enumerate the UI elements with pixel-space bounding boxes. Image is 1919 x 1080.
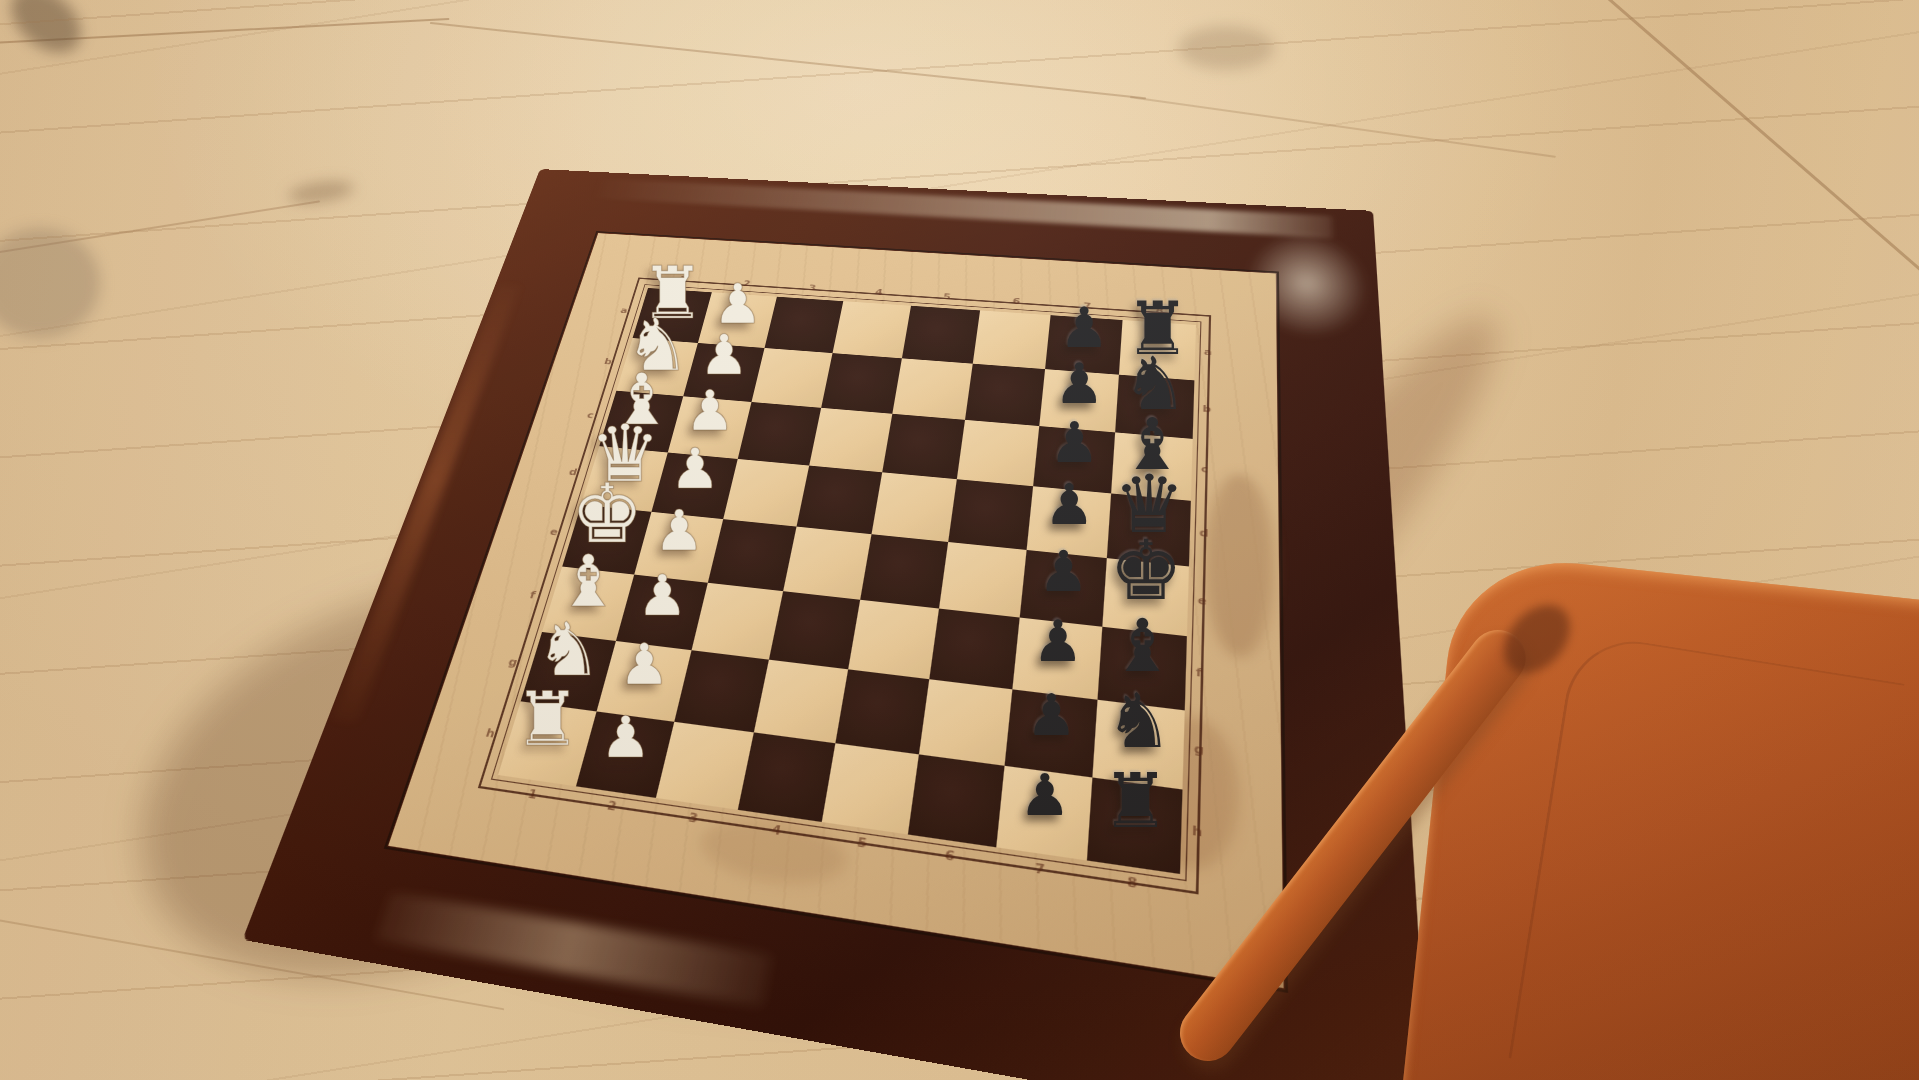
floor-plank-seam [1130, 96, 1556, 158]
square-b3[interactable] [751, 348, 832, 408]
square-g4[interactable] [754, 660, 848, 744]
square-c4[interactable] [809, 408, 892, 472]
margin-stain [1203, 471, 1275, 662]
piece-black-king-e8[interactable]: ♚ [1109, 530, 1183, 613]
square-f4[interactable] [769, 591, 860, 669]
floor-smudge [0, 0, 93, 66]
piece-black-rook-h8[interactable]: ♜ [1101, 764, 1169, 840]
square-g5[interactable] [835, 669, 929, 754]
coordinate-label: b [1202, 403, 1211, 415]
square-a6[interactable] [973, 310, 1051, 369]
piece-black-pawn-f7[interactable]: ♟ [1032, 613, 1083, 670]
piece-black-bishop-f8[interactable]: ♝ [1110, 610, 1175, 683]
square-h4[interactable] [738, 732, 836, 822]
piece-white-knight-g1[interactable]: ♞ [535, 612, 601, 686]
square-d3[interactable] [723, 459, 809, 527]
scene-floor: 11aa22bb33cc44dd55ee66ff77gg88hh ♜♞♝♛♚♝♞… [0, 0, 1919, 1080]
square-b6[interactable] [965, 364, 1045, 426]
square-c5[interactable] [882, 414, 965, 479]
square-c6[interactable] [957, 420, 1039, 486]
square-h3[interactable] [656, 722, 754, 810]
piece-black-pawn-g7[interactable]: ♟ [1026, 687, 1077, 744]
square-e3[interactable] [708, 519, 797, 591]
coordinate-label: f [1196, 665, 1202, 679]
coordinate-label: g [1194, 742, 1204, 758]
square-a4[interactable] [833, 301, 911, 358]
floor-smudge [0, 228, 100, 338]
square-d5[interactable] [872, 472, 957, 542]
chair-seat-ridge [1508, 632, 1904, 1080]
square-g6[interactable] [919, 679, 1012, 766]
piece-black-pawn-c7[interactable]: ♟ [1049, 415, 1099, 471]
piece-white-pawn-c2[interactable]: ♟ [685, 383, 735, 439]
piece-black-pawn-b7[interactable]: ♟ [1054, 356, 1104, 412]
coordinate-label: c [1201, 463, 1209, 475]
coordinate-label: 4 [874, 287, 883, 297]
square-h6[interactable] [908, 754, 1005, 847]
piece-white-pawn-g2[interactable]: ♟ [619, 636, 670, 693]
coordinate-label: 8 [1127, 874, 1138, 892]
coordinate-label: a [1204, 347, 1212, 358]
floor-smudge [287, 178, 355, 207]
frame-gloss-highlight [374, 891, 772, 1007]
coordinate-label: h [1192, 823, 1203, 840]
coordinate-label: 6 [1012, 296, 1021, 306]
piece-black-pawn-e7[interactable]: ♟ [1038, 543, 1089, 600]
coordinate-label: e [1197, 594, 1206, 608]
piece-white-pawn-e2[interactable]: ♟ [654, 502, 704, 558]
square-e4[interactable] [783, 527, 871, 600]
floor-plank-seam [1597, 0, 1919, 286]
square-a5[interactable] [902, 306, 980, 364]
piece-white-rook-h1[interactable]: ♜ [514, 683, 581, 758]
coordinate-label: 5 [942, 292, 951, 302]
piece-white-pawn-b2[interactable]: ♟ [699, 328, 749, 383]
square-f6[interactable] [929, 609, 1019, 690]
square-b5[interactable] [892, 358, 972, 420]
square-c3[interactable] [738, 402, 821, 466]
square-g3[interactable] [674, 650, 769, 732]
piece-black-pawn-a7[interactable]: ♟ [1059, 301, 1109, 357]
frame-gloss-highlight [589, 178, 1333, 238]
square-d4[interactable] [797, 466, 883, 535]
coordinate-label: 7 [1034, 860, 1045, 877]
floor-smudge [1178, 26, 1274, 70]
floor-plank-seam [430, 22, 1146, 99]
piece-black-pawn-d7[interactable]: ♟ [1044, 477, 1095, 533]
piece-black-pawn-h7[interactable]: ♟ [1019, 767, 1071, 825]
piece-white-pawn-h2[interactable]: ♟ [600, 709, 651, 766]
coordinate-label: 6 [944, 847, 956, 864]
coordinate-label: d [1199, 527, 1209, 540]
square-d6[interactable] [948, 479, 1033, 550]
square-f3[interactable] [692, 583, 784, 660]
piece-white-pawn-f2[interactable]: ♟ [637, 567, 688, 624]
square-b4[interactable] [821, 353, 902, 414]
square-e5[interactable] [860, 534, 948, 608]
piece-white-pawn-d2[interactable]: ♟ [670, 441, 720, 497]
square-f5[interactable] [848, 600, 939, 679]
square-h5[interactable] [822, 743, 919, 834]
piece-black-knight-g8[interactable]: ♞ [1105, 683, 1173, 758]
square-a3[interactable] [765, 297, 844, 353]
square-e6[interactable] [939, 542, 1027, 618]
